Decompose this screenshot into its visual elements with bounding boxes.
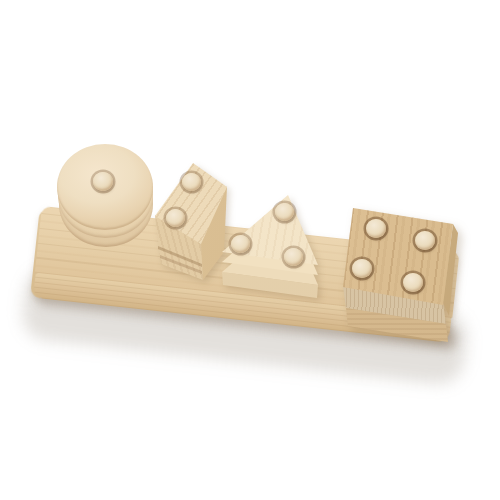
peg xyxy=(403,273,423,292)
product-photo-canvas: { "scene": { "type": "product photo", "s… xyxy=(0,0,500,500)
square-block xyxy=(0,0,500,500)
square-top-face xyxy=(0,0,500,500)
peg xyxy=(352,259,372,278)
peg xyxy=(415,231,435,250)
peg xyxy=(366,219,386,238)
